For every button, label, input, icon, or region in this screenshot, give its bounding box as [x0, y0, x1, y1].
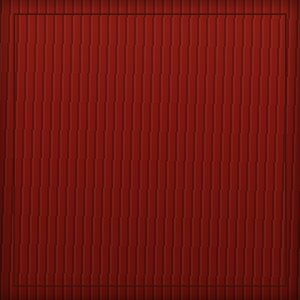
chess-board: [15, 15, 285, 285]
chessboard-frame: [0, 0, 300, 300]
